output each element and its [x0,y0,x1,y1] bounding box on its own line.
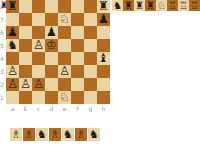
square-h7[interactable]: ♟ [97,13,110,26]
square-b8[interactable] [19,0,32,13]
tray-top-tile-6-wr[interactable]: ♖ [167,0,178,11]
tray-top-tile-8-wr[interactable]: ♖ [189,0,200,11]
square-f8[interactable] [71,0,84,13]
square-h3[interactable] [97,65,110,78]
square-f2[interactable] [71,78,84,91]
square-g3[interactable] [84,65,97,78]
square-g1[interactable] [84,91,97,104]
piece-wp-c2[interactable]: ♙ [32,78,45,91]
square-c8[interactable] [32,0,45,13]
square-b6[interactable] [19,26,32,39]
square-d4[interactable] [45,52,58,65]
square-f5[interactable] [71,39,84,52]
square-f6[interactable] [71,26,84,39]
chess-board: ♜♜♘♟♟♟♞♙♔♝♙♙♙♙♙♘ [6,0,110,104]
tray-top-tile-5-wn[interactable]: ♘ [156,0,167,11]
file-label-c: c [32,104,45,113]
piece-wk-d5[interactable]: ♔ [45,39,58,52]
file-labels: abcdefgh [6,104,110,113]
square-c4[interactable] [32,52,45,65]
square-e6[interactable] [58,26,71,39]
tray-top-tile-2-br[interactable]: ♜ [123,0,134,11]
chess-board-area: 87654321 ♜♜♘♟♟♟♞♙♔♝♙♙♙♙♙♘ abcdefgh ♜ [0,0,110,113]
square-b5[interactable] [19,39,32,52]
square-d5[interactable]: ♔ [45,39,58,52]
square-d2[interactable] [45,78,58,91]
tray-bottom-tile-4-wb[interactable]: ♗ [49,128,61,141]
square-e7[interactable]: ♘ [58,13,71,26]
file-label-f: f [71,104,84,113]
square-g5[interactable] [84,39,97,52]
tray-bottom-tile-1-wb[interactable]: ♗ [10,128,22,141]
square-b1[interactable] [19,91,32,104]
piece-bp-h7[interactable]: ♟ [97,13,110,26]
square-f3[interactable] [71,65,84,78]
file-label-a: a [6,104,19,113]
square-d8[interactable] [45,0,58,13]
square-c2[interactable]: ♙ [32,78,45,91]
square-g8[interactable] [84,0,97,13]
square-b2[interactable]: ♙ [19,78,32,91]
piece-wn-e1[interactable]: ♘ [58,91,71,104]
piece-wp-c5[interactable]: ♙ [32,39,45,52]
square-d1[interactable] [45,91,58,104]
tray-bottom-tile-2-wb[interactable]: ♗ [23,128,35,141]
file-label-d: d [45,104,58,113]
square-h1[interactable] [97,91,110,104]
square-g2[interactable] [84,78,97,91]
tray-bottom-tile-5-bn[interactable]: ♞ [62,128,74,141]
square-g7[interactable] [84,13,97,26]
piece-bb-h4[interactable]: ♝ [97,52,110,65]
file-label-g: g [84,104,97,113]
tray-top-tile-4-br[interactable]: ♜ [145,0,156,11]
square-g4[interactable] [84,52,97,65]
piece-tray-bottom: ♗♗♞♗♞♗♞ [10,128,100,141]
square-e1[interactable]: ♘ [58,91,71,104]
square-a1[interactable] [6,91,19,104]
square-b4[interactable] [19,52,32,65]
square-f7[interactable] [71,13,84,26]
square-h6[interactable] [97,26,110,39]
file-label-b: b [19,104,32,113]
square-h2[interactable] [97,78,110,91]
square-a5[interactable]: ♞ [6,39,19,52]
square-f4[interactable] [71,52,84,65]
square-h4[interactable]: ♝ [97,52,110,65]
square-b7[interactable] [19,13,32,26]
square-c5[interactable]: ♙ [32,39,45,52]
square-f1[interactable] [71,91,84,104]
square-c1[interactable] [32,91,45,104]
piece-wp-a2[interactable]: ♙ [6,78,19,91]
square-g6[interactable] [84,26,97,39]
floating-rook-piece[interactable]: ♜ [0,0,9,10]
tray-top-tile-3-br[interactable]: ♜ [134,0,145,11]
tray-bottom-tile-6-wb[interactable]: ♗ [75,128,87,141]
square-c7[interactable] [32,13,45,26]
piece-tray-top-right: ♞♜♜♜♘♖♖♖ [112,0,200,11]
tray-top-tile-1-bn[interactable]: ♞ [112,0,123,11]
piece-wn-e7[interactable]: ♘ [58,13,71,26]
tray-bottom-tile-7-bn[interactable]: ♞ [88,128,100,141]
file-label-e: e [58,104,71,113]
file-label-h: h [97,104,110,113]
piece-wp-b2[interactable]: ♙ [19,78,32,91]
tray-top-tile-7-wr[interactable]: ♖ [178,0,189,11]
square-d3[interactable] [45,65,58,78]
square-a2[interactable]: ♙ [6,78,19,91]
tray-bottom-tile-3-bn[interactable]: ♞ [36,128,48,141]
square-e3[interactable]: ♙ [58,65,71,78]
square-e5[interactable] [58,39,71,52]
piece-wp-e3[interactable]: ♙ [58,65,71,78]
piece-bn-a5[interactable]: ♞ [6,39,19,52]
